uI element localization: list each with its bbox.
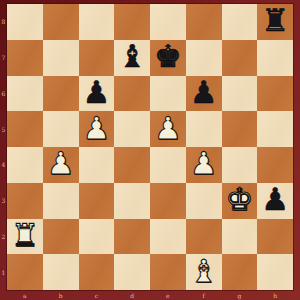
square-e5[interactable]: ♟ bbox=[150, 111, 186, 147]
square-d5[interactable] bbox=[114, 111, 150, 147]
square-g8[interactable] bbox=[222, 4, 258, 40]
square-g7[interactable] bbox=[222, 40, 258, 76]
square-h3[interactable]: ♟ bbox=[257, 183, 293, 219]
white-king-g3[interactable]: ♚ bbox=[225, 184, 253, 215]
square-d3[interactable] bbox=[114, 183, 150, 219]
square-e4[interactable] bbox=[150, 147, 186, 183]
square-h2[interactable] bbox=[257, 219, 293, 255]
square-c6[interactable]: ♟ bbox=[79, 76, 115, 112]
square-g2[interactable] bbox=[222, 219, 258, 255]
square-e2[interactable] bbox=[150, 219, 186, 255]
chessboard: ♜♝♚♟♟♟♟♟♟♚♟♜♝ bbox=[7, 4, 293, 290]
square-c2[interactable] bbox=[79, 219, 115, 255]
file-label-b: b bbox=[43, 290, 79, 300]
square-a1[interactable] bbox=[7, 254, 43, 290]
square-d1[interactable] bbox=[114, 254, 150, 290]
square-b3[interactable] bbox=[43, 183, 79, 219]
square-h4[interactable] bbox=[257, 147, 293, 183]
black-pawn-f6[interactable]: ♟ bbox=[190, 77, 218, 108]
file-label-c: c bbox=[79, 290, 115, 300]
square-g4[interactable] bbox=[222, 147, 258, 183]
square-b6[interactable] bbox=[43, 76, 79, 112]
file-label-d: d bbox=[114, 290, 150, 300]
file-labels: abcdefgh bbox=[7, 290, 293, 300]
white-pawn-f4[interactable]: ♟ bbox=[190, 148, 218, 179]
black-rook-h8[interactable]: ♜ bbox=[261, 5, 289, 36]
square-b1[interactable] bbox=[43, 254, 79, 290]
square-a3[interactable] bbox=[7, 183, 43, 219]
square-d8[interactable] bbox=[114, 4, 150, 40]
file-label-a: a bbox=[7, 290, 43, 300]
black-king-e7[interactable]: ♚ bbox=[154, 41, 182, 72]
file-label-g: g bbox=[222, 290, 258, 300]
square-g1[interactable] bbox=[222, 254, 258, 290]
chessboard-frame: ♜♝♚♟♟♟♟♟♟♚♟♜♝ 87654321 abcdefgh bbox=[0, 0, 300, 300]
square-a4[interactable] bbox=[7, 147, 43, 183]
square-a2[interactable]: ♜ bbox=[7, 219, 43, 255]
square-f3[interactable] bbox=[186, 183, 222, 219]
square-a5[interactable] bbox=[7, 111, 43, 147]
file-label-h: h bbox=[257, 290, 293, 300]
square-c8[interactable] bbox=[79, 4, 115, 40]
rank-label-4: 4 bbox=[0, 147, 7, 183]
square-d4[interactable] bbox=[114, 147, 150, 183]
square-f6[interactable]: ♟ bbox=[186, 76, 222, 112]
square-f1[interactable]: ♝ bbox=[186, 254, 222, 290]
file-label-f: f bbox=[186, 290, 222, 300]
rank-label-5: 5 bbox=[0, 111, 7, 147]
square-b2[interactable] bbox=[43, 219, 79, 255]
square-c7[interactable] bbox=[79, 40, 115, 76]
square-h7[interactable] bbox=[257, 40, 293, 76]
square-h1[interactable] bbox=[257, 254, 293, 290]
square-c4[interactable] bbox=[79, 147, 115, 183]
square-h8[interactable]: ♜ bbox=[257, 4, 293, 40]
white-pawn-c5[interactable]: ♟ bbox=[82, 113, 110, 144]
rank-label-3: 3 bbox=[0, 183, 7, 219]
square-g6[interactable] bbox=[222, 76, 258, 112]
square-f2[interactable] bbox=[186, 219, 222, 255]
black-bishop-d7[interactable]: ♝ bbox=[118, 41, 146, 72]
square-e3[interactable] bbox=[150, 183, 186, 219]
square-b7[interactable] bbox=[43, 40, 79, 76]
square-d2[interactable] bbox=[114, 219, 150, 255]
square-d7[interactable]: ♝ bbox=[114, 40, 150, 76]
square-e7[interactable]: ♚ bbox=[150, 40, 186, 76]
white-bishop-f1[interactable]: ♝ bbox=[190, 256, 218, 287]
file-label-e: e bbox=[150, 290, 186, 300]
square-f5[interactable] bbox=[186, 111, 222, 147]
square-f7[interactable] bbox=[186, 40, 222, 76]
white-rook-a2[interactable]: ♜ bbox=[11, 220, 39, 251]
square-g3[interactable]: ♚ bbox=[222, 183, 258, 219]
black-pawn-c6[interactable]: ♟ bbox=[82, 77, 110, 108]
square-a8[interactable] bbox=[7, 4, 43, 40]
square-c5[interactable]: ♟ bbox=[79, 111, 115, 147]
square-h6[interactable] bbox=[257, 76, 293, 112]
rank-labels: 87654321 bbox=[0, 4, 7, 290]
square-e1[interactable] bbox=[150, 254, 186, 290]
square-b5[interactable] bbox=[43, 111, 79, 147]
rank-label-1: 1 bbox=[0, 254, 7, 290]
square-c1[interactable] bbox=[79, 254, 115, 290]
rank-label-6: 6 bbox=[0, 76, 7, 112]
square-g5[interactable] bbox=[222, 111, 258, 147]
square-b4[interactable]: ♟ bbox=[43, 147, 79, 183]
square-f4[interactable]: ♟ bbox=[186, 147, 222, 183]
square-e8[interactable] bbox=[150, 4, 186, 40]
square-d6[interactable] bbox=[114, 76, 150, 112]
black-pawn-h3[interactable]: ♟ bbox=[261, 184, 289, 215]
square-f8[interactable] bbox=[186, 4, 222, 40]
square-b8[interactable] bbox=[43, 4, 79, 40]
square-e6[interactable] bbox=[150, 76, 186, 112]
square-h5[interactable] bbox=[257, 111, 293, 147]
square-a7[interactable] bbox=[7, 40, 43, 76]
white-pawn-e5[interactable]: ♟ bbox=[154, 113, 182, 144]
rank-label-2: 2 bbox=[0, 219, 7, 255]
square-c3[interactable] bbox=[79, 183, 115, 219]
rank-label-7: 7 bbox=[0, 40, 7, 76]
rank-label-8: 8 bbox=[0, 4, 7, 40]
white-pawn-b4[interactable]: ♟ bbox=[47, 148, 75, 179]
square-a6[interactable] bbox=[7, 76, 43, 112]
